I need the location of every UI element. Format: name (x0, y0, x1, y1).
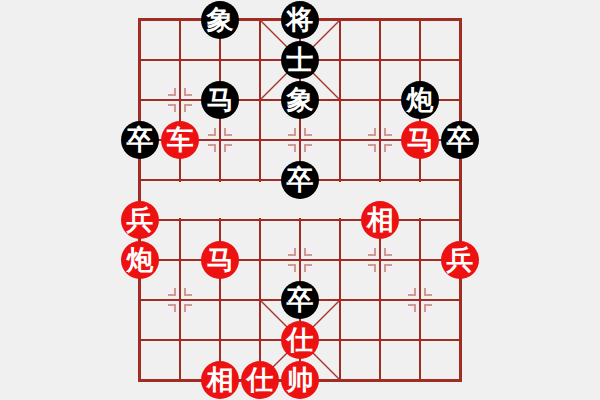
red-horse[interactable]: 马 (201, 241, 239, 279)
point-marker (304, 248, 312, 256)
point-marker (384, 144, 392, 152)
point-marker (224, 128, 232, 136)
point-marker (368, 264, 376, 272)
point-marker (184, 104, 192, 112)
black-cannon[interactable]: 炮 (401, 81, 439, 119)
black-horse[interactable]: 马 (201, 81, 239, 119)
red-soldier[interactable]: 兵 (441, 241, 479, 279)
red-elephant[interactable]: 相 (361, 201, 399, 239)
point-marker (384, 128, 392, 136)
point-marker (384, 248, 392, 256)
point-marker (288, 248, 296, 256)
red-cannon[interactable]: 炮 (121, 241, 159, 279)
black-elephant[interactable]: 象 (201, 1, 239, 39)
point-marker (168, 304, 176, 312)
point-marker (184, 88, 192, 96)
point-marker (168, 104, 176, 112)
point-marker (208, 128, 216, 136)
red-advisor[interactable]: 仕 (241, 361, 279, 399)
red-soldier[interactable]: 兵 (121, 201, 159, 239)
point-marker (368, 248, 376, 256)
red-chariot[interactable]: 车 (161, 121, 199, 159)
black-soldier[interactable]: 卒 (121, 121, 159, 159)
red-advisor[interactable]: 仕 (281, 321, 319, 359)
point-marker (408, 304, 416, 312)
point-marker (424, 288, 432, 296)
point-marker (368, 144, 376, 152)
point-marker (304, 264, 312, 272)
point-marker (208, 144, 216, 152)
point-marker (304, 128, 312, 136)
point-marker (424, 304, 432, 312)
black-soldier[interactable]: 卒 (281, 161, 319, 199)
point-marker (184, 288, 192, 296)
point-marker (184, 304, 192, 312)
xiangqi-diagram: 象将士马象炮卒车马卒卒兵相炮马兵卒仕相仕帅 (0, 0, 600, 400)
point-marker (288, 264, 296, 272)
point-marker (168, 288, 176, 296)
point-marker (384, 264, 392, 272)
point-marker (168, 88, 176, 96)
black-elephant[interactable]: 象 (281, 81, 319, 119)
black-advisor[interactable]: 士 (281, 41, 319, 79)
point-marker (408, 288, 416, 296)
red-general[interactable]: 帅 (281, 361, 319, 399)
black-general[interactable]: 将 (281, 1, 319, 39)
point-marker (288, 144, 296, 152)
point-marker (304, 144, 312, 152)
red-horse[interactable]: 马 (401, 121, 439, 159)
point-marker (288, 128, 296, 136)
black-soldier[interactable]: 卒 (281, 281, 319, 319)
point-marker (224, 144, 232, 152)
red-elephant[interactable]: 相 (201, 361, 239, 399)
black-soldier[interactable]: 卒 (441, 121, 479, 159)
point-marker (368, 128, 376, 136)
